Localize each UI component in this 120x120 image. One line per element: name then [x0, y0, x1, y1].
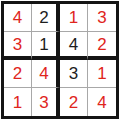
cell-r4c4[interactable]: 4 — [88, 88, 116, 116]
cell-r4c2[interactable]: 3 — [32, 88, 60, 116]
cell-r2c2[interactable]: 1 — [32, 32, 60, 60]
cell-digit: 2 — [39, 9, 48, 26]
cell-r1c2[interactable]: 2 — [32, 4, 60, 32]
cell-r3c3[interactable]: 3 — [60, 60, 88, 88]
cell-digit: 1 — [69, 9, 78, 26]
cell-digit: 3 — [13, 36, 22, 53]
cell-digit: 1 — [97, 65, 106, 82]
cell-digit: 3 — [97, 9, 106, 26]
cell-digit: 2 — [97, 36, 106, 53]
cell-digit: 3 — [69, 65, 78, 82]
cell-digit: 4 — [13, 9, 22, 26]
sudoku-board: 4 2 1 3 3 1 4 2 2 4 3 1 1 3 2 4 — [1, 1, 119, 119]
cell-digit: 4 — [39, 65, 48, 82]
cell-r4c1[interactable]: 1 — [4, 88, 32, 116]
cell-digit: 2 — [13, 65, 22, 82]
cell-digit: 4 — [97, 94, 106, 111]
cell-r3c2[interactable]: 4 — [32, 60, 60, 88]
cell-r2c4[interactable]: 2 — [88, 32, 116, 60]
cell-r4c3[interactable]: 2 — [60, 88, 88, 116]
cell-digit: 2 — [69, 94, 78, 111]
cell-r1c3[interactable]: 1 — [60, 4, 88, 32]
cell-digit: 1 — [39, 36, 48, 53]
cell-r1c4[interactable]: 3 — [88, 4, 116, 32]
cell-r2c3[interactable]: 4 — [60, 32, 88, 60]
cell-r2c1[interactable]: 3 — [4, 32, 32, 60]
cell-digit: 1 — [13, 94, 22, 111]
cell-r3c4[interactable]: 1 — [88, 60, 116, 88]
cell-digit: 4 — [69, 36, 78, 53]
cell-r1c1[interactable]: 4 — [4, 4, 32, 32]
cell-r3c1[interactable]: 2 — [4, 60, 32, 88]
cell-digit: 3 — [39, 94, 48, 111]
